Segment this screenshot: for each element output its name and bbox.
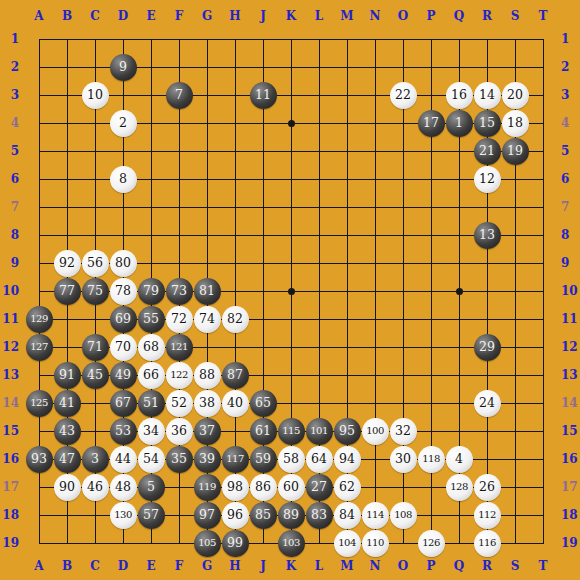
- intersection-Q10[interactable]: [445, 277, 473, 305]
- intersection-B6[interactable]: [53, 165, 81, 193]
- intersection-C10[interactable]: 75: [81, 277, 109, 305]
- intersection-P4[interactable]: 17: [417, 109, 445, 137]
- intersection-C9[interactable]: 56: [81, 249, 109, 277]
- intersection-H2[interactable]: [221, 53, 249, 81]
- intersection-T5[interactable]: [529, 137, 557, 165]
- intersection-C7[interactable]: [81, 193, 109, 221]
- intersection-M13[interactable]: [333, 361, 361, 389]
- intersection-H8[interactable]: [221, 221, 249, 249]
- intersection-B11[interactable]: [53, 305, 81, 333]
- intersection-K10[interactable]: [277, 277, 305, 305]
- intersection-T16[interactable]: [529, 445, 557, 473]
- intersection-N7[interactable]: [361, 193, 389, 221]
- intersection-N10[interactable]: [361, 277, 389, 305]
- intersection-R9[interactable]: [473, 249, 501, 277]
- intersection-K12[interactable]: [277, 333, 305, 361]
- intersection-B4[interactable]: [53, 109, 81, 137]
- intersection-A16[interactable]: 93: [25, 445, 53, 473]
- intersection-E13[interactable]: 66: [137, 361, 165, 389]
- intersection-Q8[interactable]: [445, 221, 473, 249]
- intersection-Q9[interactable]: [445, 249, 473, 277]
- intersection-R10[interactable]: [473, 277, 501, 305]
- intersection-G8[interactable]: [193, 221, 221, 249]
- intersection-E6[interactable]: [137, 165, 165, 193]
- intersection-N6[interactable]: [361, 165, 389, 193]
- intersection-M3[interactable]: [333, 81, 361, 109]
- intersection-C5[interactable]: [81, 137, 109, 165]
- intersection-E1[interactable]: [137, 25, 165, 53]
- intersection-O8[interactable]: [389, 221, 417, 249]
- intersection-B13[interactable]: 91: [53, 361, 81, 389]
- intersection-S10[interactable]: [501, 277, 529, 305]
- intersection-S12[interactable]: [501, 333, 529, 361]
- intersection-J17[interactable]: 86: [249, 473, 277, 501]
- intersection-D12[interactable]: 70: [109, 333, 137, 361]
- intersection-J5[interactable]: [249, 137, 277, 165]
- intersection-B12[interactable]: [53, 333, 81, 361]
- intersection-K14[interactable]: [277, 389, 305, 417]
- intersection-T3[interactable]: [529, 81, 557, 109]
- intersection-J18[interactable]: 85: [249, 501, 277, 529]
- intersection-D8[interactable]: [109, 221, 137, 249]
- intersection-C8[interactable]: [81, 221, 109, 249]
- intersection-R11[interactable]: [473, 305, 501, 333]
- intersection-P1[interactable]: [417, 25, 445, 53]
- intersection-L5[interactable]: [305, 137, 333, 165]
- intersection-G7[interactable]: [193, 193, 221, 221]
- intersection-E16[interactable]: 54: [137, 445, 165, 473]
- intersection-A5[interactable]: [25, 137, 53, 165]
- intersection-D4[interactable]: 2: [109, 109, 137, 137]
- intersection-S1[interactable]: [501, 25, 529, 53]
- intersection-M16[interactable]: 94: [333, 445, 361, 473]
- intersection-J13[interactable]: [249, 361, 277, 389]
- intersection-P19[interactable]: 126: [417, 529, 445, 557]
- intersection-E3[interactable]: [137, 81, 165, 109]
- intersection-B18[interactable]: [53, 501, 81, 529]
- intersection-S6[interactable]: [501, 165, 529, 193]
- intersection-S18[interactable]: [501, 501, 529, 529]
- intersection-D11[interactable]: 69: [109, 305, 137, 333]
- intersection-M14[interactable]: [333, 389, 361, 417]
- intersection-A15[interactable]: [25, 417, 53, 445]
- intersection-B3[interactable]: [53, 81, 81, 109]
- intersection-J10[interactable]: [249, 277, 277, 305]
- intersection-D3[interactable]: [109, 81, 137, 109]
- intersection-R15[interactable]: [473, 417, 501, 445]
- intersection-F4[interactable]: [165, 109, 193, 137]
- intersection-N16[interactable]: [361, 445, 389, 473]
- intersection-P10[interactable]: [417, 277, 445, 305]
- intersection-O5[interactable]: [389, 137, 417, 165]
- intersection-L11[interactable]: [305, 305, 333, 333]
- intersection-S13[interactable]: [501, 361, 529, 389]
- intersection-N2[interactable]: [361, 53, 389, 81]
- intersection-B8[interactable]: [53, 221, 81, 249]
- intersection-R4[interactable]: 15: [473, 109, 501, 137]
- intersection-O6[interactable]: [389, 165, 417, 193]
- intersection-J15[interactable]: 61: [249, 417, 277, 445]
- intersection-F12[interactable]: 121: [165, 333, 193, 361]
- intersection-Q16[interactable]: 4: [445, 445, 473, 473]
- intersection-B2[interactable]: [53, 53, 81, 81]
- intersection-L1[interactable]: [305, 25, 333, 53]
- intersection-Q3[interactable]: 16: [445, 81, 473, 109]
- intersection-E15[interactable]: 34: [137, 417, 165, 445]
- intersection-A18[interactable]: [25, 501, 53, 529]
- intersection-R16[interactable]: [473, 445, 501, 473]
- intersection-K4[interactable]: [277, 109, 305, 137]
- intersection-N3[interactable]: [361, 81, 389, 109]
- intersection-J19[interactable]: [249, 529, 277, 557]
- intersection-G14[interactable]: 38: [193, 389, 221, 417]
- intersection-E12[interactable]: 68: [137, 333, 165, 361]
- intersection-R17[interactable]: 26: [473, 473, 501, 501]
- intersection-H7[interactable]: [221, 193, 249, 221]
- intersection-T10[interactable]: [529, 277, 557, 305]
- intersection-T18[interactable]: [529, 501, 557, 529]
- intersection-M1[interactable]: [333, 25, 361, 53]
- intersection-B1[interactable]: [53, 25, 81, 53]
- intersection-F3[interactable]: 7: [165, 81, 193, 109]
- intersection-D1[interactable]: [109, 25, 137, 53]
- intersection-Q12[interactable]: [445, 333, 473, 361]
- intersection-O4[interactable]: [389, 109, 417, 137]
- intersection-F1[interactable]: [165, 25, 193, 53]
- intersection-Q5[interactable]: [445, 137, 473, 165]
- intersection-R13[interactable]: [473, 361, 501, 389]
- intersection-H5[interactable]: [221, 137, 249, 165]
- intersection-T8[interactable]: [529, 221, 557, 249]
- intersection-H11[interactable]: 82: [221, 305, 249, 333]
- intersection-K9[interactable]: [277, 249, 305, 277]
- intersection-B9[interactable]: 92: [53, 249, 81, 277]
- intersection-N14[interactable]: [361, 389, 389, 417]
- intersection-M8[interactable]: [333, 221, 361, 249]
- intersection-M18[interactable]: 84: [333, 501, 361, 529]
- intersection-K15[interactable]: 115: [277, 417, 305, 445]
- intersection-J12[interactable]: [249, 333, 277, 361]
- intersection-C19[interactable]: [81, 529, 109, 557]
- intersection-R1[interactable]: [473, 25, 501, 53]
- intersection-L12[interactable]: [305, 333, 333, 361]
- intersection-H1[interactable]: [221, 25, 249, 53]
- intersection-G11[interactable]: 74: [193, 305, 221, 333]
- intersection-G1[interactable]: [193, 25, 221, 53]
- intersection-J6[interactable]: [249, 165, 277, 193]
- intersection-O18[interactable]: 108: [389, 501, 417, 529]
- intersection-G16[interactable]: 39: [193, 445, 221, 473]
- intersection-T4[interactable]: [529, 109, 557, 137]
- intersection-A6[interactable]: [25, 165, 53, 193]
- intersection-Q11[interactable]: [445, 305, 473, 333]
- intersection-O16[interactable]: 30: [389, 445, 417, 473]
- intersection-K16[interactable]: 58: [277, 445, 305, 473]
- intersection-L4[interactable]: [305, 109, 333, 137]
- intersection-S7[interactable]: [501, 193, 529, 221]
- intersection-O3[interactable]: 22: [389, 81, 417, 109]
- intersection-N9[interactable]: [361, 249, 389, 277]
- intersection-A7[interactable]: [25, 193, 53, 221]
- intersection-C15[interactable]: [81, 417, 109, 445]
- intersection-H15[interactable]: [221, 417, 249, 445]
- intersection-M7[interactable]: [333, 193, 361, 221]
- intersection-O7[interactable]: [389, 193, 417, 221]
- intersection-S2[interactable]: [501, 53, 529, 81]
- intersection-C17[interactable]: 46: [81, 473, 109, 501]
- intersection-Q15[interactable]: [445, 417, 473, 445]
- intersection-G19[interactable]: 105: [193, 529, 221, 557]
- intersection-P17[interactable]: [417, 473, 445, 501]
- intersection-F5[interactable]: [165, 137, 193, 165]
- intersection-N11[interactable]: [361, 305, 389, 333]
- intersection-A4[interactable]: [25, 109, 53, 137]
- intersection-T7[interactable]: [529, 193, 557, 221]
- intersection-N1[interactable]: [361, 25, 389, 53]
- intersection-K1[interactable]: [277, 25, 305, 53]
- intersection-T11[interactable]: [529, 305, 557, 333]
- intersection-C12[interactable]: 71: [81, 333, 109, 361]
- intersection-Q18[interactable]: [445, 501, 473, 529]
- intersection-S15[interactable]: [501, 417, 529, 445]
- intersection-Q1[interactable]: [445, 25, 473, 53]
- intersection-D10[interactable]: 78: [109, 277, 137, 305]
- intersection-C2[interactable]: [81, 53, 109, 81]
- intersection-T14[interactable]: [529, 389, 557, 417]
- intersection-K5[interactable]: [277, 137, 305, 165]
- intersection-D16[interactable]: 44: [109, 445, 137, 473]
- intersection-N19[interactable]: 110: [361, 529, 389, 557]
- intersection-M17[interactable]: 62: [333, 473, 361, 501]
- intersection-C1[interactable]: [81, 25, 109, 53]
- intersection-A10[interactable]: [25, 277, 53, 305]
- intersection-J8[interactable]: [249, 221, 277, 249]
- intersection-J14[interactable]: 65: [249, 389, 277, 417]
- intersection-P5[interactable]: [417, 137, 445, 165]
- intersection-B17[interactable]: 90: [53, 473, 81, 501]
- intersection-E11[interactable]: 55: [137, 305, 165, 333]
- intersection-H17[interactable]: 98: [221, 473, 249, 501]
- intersection-O19[interactable]: [389, 529, 417, 557]
- intersection-L7[interactable]: [305, 193, 333, 221]
- intersection-N4[interactable]: [361, 109, 389, 137]
- intersection-A12[interactable]: 127: [25, 333, 53, 361]
- intersection-K8[interactable]: [277, 221, 305, 249]
- intersection-A3[interactable]: [25, 81, 53, 109]
- intersection-M4[interactable]: [333, 109, 361, 137]
- intersection-O9[interactable]: [389, 249, 417, 277]
- intersection-B10[interactable]: 77: [53, 277, 81, 305]
- intersection-G10[interactable]: 81: [193, 277, 221, 305]
- intersection-N5[interactable]: [361, 137, 389, 165]
- intersection-J1[interactable]: [249, 25, 277, 53]
- intersection-E14[interactable]: 51: [137, 389, 165, 417]
- intersection-Q19[interactable]: [445, 529, 473, 557]
- intersection-H10[interactable]: [221, 277, 249, 305]
- intersection-G3[interactable]: [193, 81, 221, 109]
- intersection-T12[interactable]: [529, 333, 557, 361]
- intersection-L9[interactable]: [305, 249, 333, 277]
- intersection-R7[interactable]: [473, 193, 501, 221]
- intersection-S14[interactable]: [501, 389, 529, 417]
- intersection-D17[interactable]: 48: [109, 473, 137, 501]
- intersection-M6[interactable]: [333, 165, 361, 193]
- intersection-O12[interactable]: [389, 333, 417, 361]
- intersection-H9[interactable]: [221, 249, 249, 277]
- intersection-H12[interactable]: [221, 333, 249, 361]
- intersection-D15[interactable]: 53: [109, 417, 137, 445]
- intersection-O10[interactable]: [389, 277, 417, 305]
- intersection-J7[interactable]: [249, 193, 277, 221]
- intersection-C4[interactable]: [81, 109, 109, 137]
- intersection-F13[interactable]: 122: [165, 361, 193, 389]
- intersection-S17[interactable]: [501, 473, 529, 501]
- intersection-O13[interactable]: [389, 361, 417, 389]
- intersection-Q4[interactable]: 1: [445, 109, 473, 137]
- intersection-F6[interactable]: [165, 165, 193, 193]
- intersection-E2[interactable]: [137, 53, 165, 81]
- intersection-J16[interactable]: 59: [249, 445, 277, 473]
- intersection-O11[interactable]: [389, 305, 417, 333]
- intersection-L13[interactable]: [305, 361, 333, 389]
- intersection-G2[interactable]: [193, 53, 221, 81]
- intersection-J9[interactable]: [249, 249, 277, 277]
- intersection-H4[interactable]: [221, 109, 249, 137]
- intersection-S19[interactable]: [501, 529, 529, 557]
- intersection-R2[interactable]: [473, 53, 501, 81]
- intersection-H16[interactable]: 117: [221, 445, 249, 473]
- intersection-L8[interactable]: [305, 221, 333, 249]
- intersection-A2[interactable]: [25, 53, 53, 81]
- intersection-N15[interactable]: 100: [361, 417, 389, 445]
- intersection-F17[interactable]: [165, 473, 193, 501]
- intersection-D14[interactable]: 67: [109, 389, 137, 417]
- intersection-N18[interactable]: 114: [361, 501, 389, 529]
- intersection-E4[interactable]: [137, 109, 165, 137]
- intersection-D9[interactable]: 80: [109, 249, 137, 277]
- intersection-F18[interactable]: [165, 501, 193, 529]
- intersection-P2[interactable]: [417, 53, 445, 81]
- intersection-K17[interactable]: 60: [277, 473, 305, 501]
- intersection-E7[interactable]: [137, 193, 165, 221]
- intersection-A14[interactable]: 125: [25, 389, 53, 417]
- intersection-T15[interactable]: [529, 417, 557, 445]
- intersection-Q7[interactable]: [445, 193, 473, 221]
- intersection-D18[interactable]: 130: [109, 501, 137, 529]
- intersection-D2[interactable]: 9: [109, 53, 137, 81]
- intersection-O2[interactable]: [389, 53, 417, 81]
- intersection-P3[interactable]: [417, 81, 445, 109]
- intersection-O17[interactable]: [389, 473, 417, 501]
- intersection-M19[interactable]: 104: [333, 529, 361, 557]
- intersection-H6[interactable]: [221, 165, 249, 193]
- intersection-A8[interactable]: [25, 221, 53, 249]
- intersection-G5[interactable]: [193, 137, 221, 165]
- intersection-P13[interactable]: [417, 361, 445, 389]
- intersection-O1[interactable]: [389, 25, 417, 53]
- intersection-Q14[interactable]: [445, 389, 473, 417]
- intersection-T13[interactable]: [529, 361, 557, 389]
- intersection-L10[interactable]: [305, 277, 333, 305]
- intersection-C16[interactable]: 3: [81, 445, 109, 473]
- intersection-P6[interactable]: [417, 165, 445, 193]
- intersection-M10[interactable]: [333, 277, 361, 305]
- intersection-E18[interactable]: 57: [137, 501, 165, 529]
- intersection-L6[interactable]: [305, 165, 333, 193]
- intersection-P8[interactable]: [417, 221, 445, 249]
- intersection-F14[interactable]: 52: [165, 389, 193, 417]
- intersection-F9[interactable]: [165, 249, 193, 277]
- intersection-K3[interactable]: [277, 81, 305, 109]
- intersection-B19[interactable]: [53, 529, 81, 557]
- intersection-F16[interactable]: 35: [165, 445, 193, 473]
- intersection-R14[interactable]: 24: [473, 389, 501, 417]
- intersection-P18[interactable]: [417, 501, 445, 529]
- intersection-S3[interactable]: 20: [501, 81, 529, 109]
- intersection-O15[interactable]: 32: [389, 417, 417, 445]
- intersection-L14[interactable]: [305, 389, 333, 417]
- intersection-A19[interactable]: [25, 529, 53, 557]
- intersection-H13[interactable]: 87: [221, 361, 249, 389]
- intersection-S5[interactable]: 19: [501, 137, 529, 165]
- intersection-S16[interactable]: [501, 445, 529, 473]
- intersection-A1[interactable]: [25, 25, 53, 53]
- intersection-B14[interactable]: 41: [53, 389, 81, 417]
- intersection-A9[interactable]: [25, 249, 53, 277]
- intersection-F8[interactable]: [165, 221, 193, 249]
- intersection-R6[interactable]: 12: [473, 165, 501, 193]
- intersection-P15[interactable]: [417, 417, 445, 445]
- intersection-D7[interactable]: [109, 193, 137, 221]
- intersection-Q17[interactable]: 128: [445, 473, 473, 501]
- intersection-C6[interactable]: [81, 165, 109, 193]
- intersection-J11[interactable]: [249, 305, 277, 333]
- intersection-C14[interactable]: [81, 389, 109, 417]
- intersection-R5[interactable]: 21: [473, 137, 501, 165]
- intersection-H3[interactable]: [221, 81, 249, 109]
- intersection-T19[interactable]: [529, 529, 557, 557]
- intersection-J2[interactable]: [249, 53, 277, 81]
- intersection-T1[interactable]: [529, 25, 557, 53]
- intersection-K6[interactable]: [277, 165, 305, 193]
- intersection-M9[interactable]: [333, 249, 361, 277]
- intersection-F15[interactable]: 36: [165, 417, 193, 445]
- intersection-D6[interactable]: 8: [109, 165, 137, 193]
- intersection-N8[interactable]: [361, 221, 389, 249]
- intersection-H18[interactable]: 96: [221, 501, 249, 529]
- intersection-M5[interactable]: [333, 137, 361, 165]
- intersection-R3[interactable]: 14: [473, 81, 501, 109]
- intersection-Q2[interactable]: [445, 53, 473, 81]
- intersection-C13[interactable]: 45: [81, 361, 109, 389]
- intersection-T2[interactable]: [529, 53, 557, 81]
- intersection-J4[interactable]: [249, 109, 277, 137]
- intersection-A13[interactable]: [25, 361, 53, 389]
- intersection-L15[interactable]: 101: [305, 417, 333, 445]
- intersection-P9[interactable]: [417, 249, 445, 277]
- intersection-K7[interactable]: [277, 193, 305, 221]
- intersection-N13[interactable]: [361, 361, 389, 389]
- intersection-F2[interactable]: [165, 53, 193, 81]
- intersection-L2[interactable]: [305, 53, 333, 81]
- intersection-M12[interactable]: [333, 333, 361, 361]
- intersection-E17[interactable]: 5: [137, 473, 165, 501]
- intersection-K13[interactable]: [277, 361, 305, 389]
- intersection-R18[interactable]: 112: [473, 501, 501, 529]
- intersection-A11[interactable]: 129: [25, 305, 53, 333]
- intersection-G4[interactable]: [193, 109, 221, 137]
- intersection-G15[interactable]: 37: [193, 417, 221, 445]
